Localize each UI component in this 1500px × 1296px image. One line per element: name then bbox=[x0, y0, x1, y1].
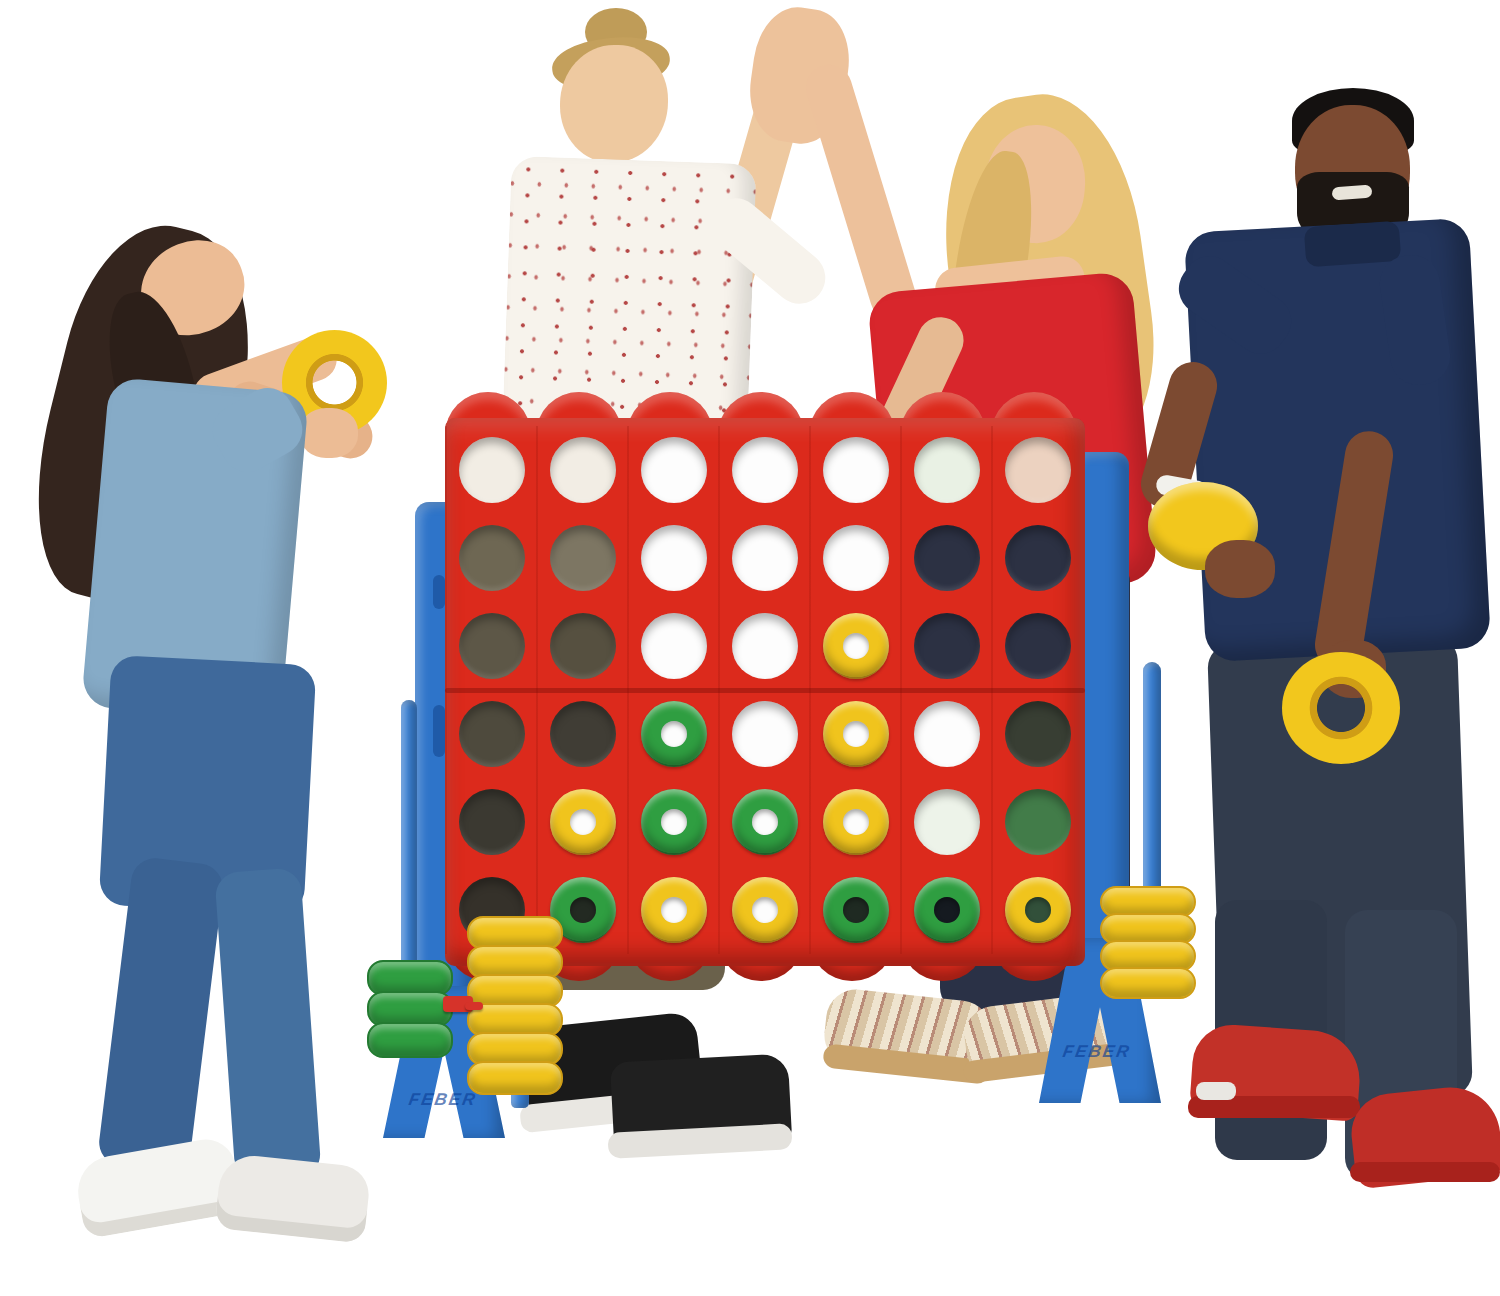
disc-center-hole bbox=[843, 809, 869, 835]
disc-center-hole bbox=[934, 897, 960, 923]
disc-center-hole bbox=[843, 721, 869, 747]
empty-hole bbox=[914, 789, 980, 855]
cell-r2c6 bbox=[901, 514, 992, 602]
woman-left-leg-2 bbox=[214, 867, 321, 1182]
empty-hole bbox=[459, 701, 525, 767]
brand-emboss-right: FEBER bbox=[1061, 1042, 1132, 1062]
green-disc bbox=[732, 789, 798, 855]
man-right-shoe-heel bbox=[1196, 1082, 1236, 1100]
left-leg-slot-2 bbox=[433, 705, 445, 757]
empty-hole bbox=[1005, 613, 1071, 679]
empty-hole bbox=[1005, 701, 1071, 767]
cell-r6c3 bbox=[629, 866, 720, 954]
cell-r5c5 bbox=[810, 778, 901, 866]
man-right-shoe-2-sole bbox=[1350, 1162, 1500, 1182]
disc-center-hole bbox=[843, 633, 869, 659]
empty-hole bbox=[459, 525, 525, 591]
cell-r3c6 bbox=[901, 602, 992, 690]
cell-r4c4 bbox=[720, 690, 811, 778]
disc-center-hole bbox=[661, 897, 687, 923]
disc-center-hole bbox=[752, 809, 778, 835]
empty-hole bbox=[1005, 525, 1071, 591]
empty-hole bbox=[550, 701, 616, 767]
yellow-disc bbox=[641, 877, 707, 943]
cell-r3c1 bbox=[447, 602, 538, 690]
cell-r2c3 bbox=[629, 514, 720, 602]
cell-r4c6 bbox=[901, 690, 992, 778]
cell-r1c1 bbox=[447, 426, 538, 514]
cell-r4c1 bbox=[447, 690, 538, 778]
green-disc bbox=[914, 877, 980, 943]
empty-hole bbox=[550, 613, 616, 679]
cell-r3c3 bbox=[629, 602, 720, 690]
empty-hole bbox=[914, 437, 980, 503]
cell-r1c7 bbox=[992, 426, 1083, 514]
empty-hole bbox=[823, 437, 889, 503]
disc-center-hole bbox=[570, 897, 596, 923]
yellow-disc bbox=[732, 877, 798, 943]
empty-hole bbox=[550, 437, 616, 503]
cell-r6c4 bbox=[720, 866, 811, 954]
disc-center-hole bbox=[1025, 897, 1051, 923]
disc-center-hole bbox=[843, 897, 869, 923]
man-right-collar bbox=[1304, 221, 1402, 268]
empty-hole bbox=[459, 437, 525, 503]
empty-hole bbox=[732, 613, 798, 679]
green-disc bbox=[823, 877, 889, 943]
board-seam bbox=[445, 688, 1085, 693]
connect-four-unit: FEBER FEBER bbox=[395, 390, 1195, 1190]
cell-r2c7 bbox=[992, 514, 1083, 602]
cell-r5c4 bbox=[720, 778, 811, 866]
man-right-hand bbox=[1205, 540, 1275, 598]
cell-r1c3 bbox=[629, 426, 720, 514]
stack-right-yellow bbox=[1100, 886, 1196, 999]
man-right-smile bbox=[1332, 185, 1373, 201]
left-leg-slot bbox=[433, 575, 445, 609]
stacked-disc bbox=[467, 1061, 563, 1095]
disc-center-hole bbox=[570, 809, 596, 835]
disc-center-hole bbox=[661, 721, 687, 747]
cell-r1c2 bbox=[538, 426, 629, 514]
cell-r6c6 bbox=[901, 866, 992, 954]
man-center-head bbox=[560, 45, 668, 163]
cell-r4c2 bbox=[538, 690, 629, 778]
stack-left-rear-green bbox=[367, 960, 453, 1058]
cell-r5c3 bbox=[629, 778, 720, 866]
yellow-disc bbox=[823, 789, 889, 855]
green-disc bbox=[641, 701, 707, 767]
empty-hole bbox=[1005, 437, 1071, 503]
yellow-disc bbox=[550, 789, 616, 855]
yellow-disc bbox=[823, 701, 889, 767]
yellow-disc bbox=[1005, 877, 1071, 943]
empty-hole bbox=[914, 701, 980, 767]
held-yellow-ring-right bbox=[1282, 652, 1400, 764]
disc-center-hole bbox=[661, 809, 687, 835]
cell-r4c7 bbox=[992, 690, 1083, 778]
cell-r2c1 bbox=[447, 514, 538, 602]
yellow-disc bbox=[823, 613, 889, 679]
cell-r2c4 bbox=[720, 514, 811, 602]
release-lever-stem bbox=[465, 1002, 483, 1010]
empty-hole bbox=[641, 613, 707, 679]
empty-hole bbox=[459, 613, 525, 679]
stacked-disc bbox=[1100, 967, 1196, 999]
empty-hole bbox=[641, 525, 707, 591]
cell-r5c2 bbox=[538, 778, 629, 866]
stacked-disc bbox=[367, 1022, 453, 1058]
empty-hole bbox=[459, 789, 525, 855]
woman-left-shoe-2 bbox=[214, 1152, 371, 1243]
empty-hole bbox=[914, 525, 980, 591]
cell-r6c5 bbox=[810, 866, 901, 954]
cell-r5c6 bbox=[901, 778, 992, 866]
disc-center-hole bbox=[752, 897, 778, 923]
cell-r3c2 bbox=[538, 602, 629, 690]
empty-hole bbox=[1005, 789, 1071, 855]
cell-r4c3 bbox=[629, 690, 720, 778]
cell-r2c2 bbox=[538, 514, 629, 602]
empty-hole bbox=[914, 613, 980, 679]
woman-left-hand bbox=[300, 408, 358, 458]
cell-r1c4 bbox=[720, 426, 811, 514]
empty-hole bbox=[732, 525, 798, 591]
cell-r2c5 bbox=[810, 514, 901, 602]
cell-r5c1 bbox=[447, 778, 538, 866]
cell-r1c6 bbox=[901, 426, 992, 514]
empty-hole bbox=[823, 525, 889, 591]
cell-r4c5 bbox=[810, 690, 901, 778]
cell-r5c7 bbox=[992, 778, 1083, 866]
empty-hole bbox=[732, 437, 798, 503]
product-photo-stage: FEBER FEBER bbox=[0, 0, 1500, 1296]
green-disc bbox=[641, 789, 707, 855]
cell-r3c5 bbox=[810, 602, 901, 690]
empty-hole bbox=[641, 437, 707, 503]
empty-hole bbox=[732, 701, 798, 767]
cell-r3c7 bbox=[992, 602, 1083, 690]
cell-r6c7 bbox=[992, 866, 1083, 954]
cell-r1c5 bbox=[810, 426, 901, 514]
empty-hole bbox=[550, 525, 616, 591]
cell-r3c4 bbox=[720, 602, 811, 690]
